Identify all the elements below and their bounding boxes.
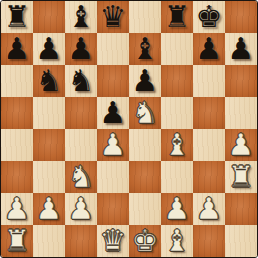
square-c1[interactable] [65,225,97,257]
white-bishop-f4[interactable]: ♝ [161,129,193,161]
square-a4[interactable] [1,129,33,161]
square-f8[interactable]: ♜ [161,1,193,33]
square-a8[interactable]: ♜ [1,1,33,33]
square-f5[interactable] [161,97,193,129]
square-a7[interactable]: ♟ [1,33,33,65]
square-h4[interactable]: ♟ [225,129,257,161]
square-e5[interactable]: ♞ [129,97,161,129]
square-g4[interactable] [193,129,225,161]
black-rook-f8[interactable]: ♜ [161,1,193,33]
black-pawn-h7[interactable]: ♟ [225,33,257,65]
square-d6[interactable] [97,65,129,97]
white-pawn-a2[interactable]: ♟ [1,193,33,225]
square-c7[interactable]: ♟ [65,33,97,65]
black-pawn-g7[interactable]: ♟ [193,33,225,65]
square-d5[interactable]: ♟ [97,97,129,129]
square-d4[interactable]: ♟ [97,129,129,161]
square-b3[interactable] [33,161,65,193]
square-f6[interactable] [161,65,193,97]
white-queen-d1[interactable]: ♛ [97,225,129,257]
black-pawn-a7[interactable]: ♟ [1,33,33,65]
square-a6[interactable] [1,65,33,97]
square-b6[interactable]: ♞ [33,65,65,97]
square-f2[interactable]: ♟ [161,193,193,225]
square-b7[interactable]: ♟ [33,33,65,65]
square-g8[interactable]: ♚ [193,1,225,33]
square-c6[interactable]: ♞ [65,65,97,97]
square-c3[interactable]: ♞ [65,161,97,193]
white-knight-c3[interactable]: ♞ [65,161,97,193]
square-g2[interactable]: ♟ [193,193,225,225]
square-c5[interactable] [65,97,97,129]
square-h6[interactable] [225,65,257,97]
square-c2[interactable]: ♟ [65,193,97,225]
chess-board-frame: ♜♝♛♜♚♟♟♟♝♟♟♞♞♟♟♞♟♝♟♞♜♟♟♟♟♟♜♛♚♝ [0,0,258,258]
square-a1[interactable]: ♜ [1,225,33,257]
black-king-g8[interactable]: ♚ [193,1,225,33]
square-f7[interactable] [161,33,193,65]
square-f3[interactable] [161,161,193,193]
square-d2[interactable] [97,193,129,225]
square-d8[interactable]: ♛ [97,1,129,33]
square-f4[interactable]: ♝ [161,129,193,161]
square-b1[interactable] [33,225,65,257]
square-a3[interactable] [1,161,33,193]
square-a2[interactable]: ♟ [1,193,33,225]
square-g7[interactable]: ♟ [193,33,225,65]
black-knight-c6[interactable]: ♞ [65,65,97,97]
square-a5[interactable] [1,97,33,129]
white-pawn-d4[interactable]: ♟ [97,129,129,161]
square-g1[interactable] [193,225,225,257]
white-pawn-h4[interactable]: ♟ [225,129,257,161]
square-b4[interactable] [33,129,65,161]
square-e3[interactable] [129,161,161,193]
white-pawn-b2[interactable]: ♟ [33,193,65,225]
square-b2[interactable]: ♟ [33,193,65,225]
white-pawn-f2[interactable]: ♟ [161,193,193,225]
white-pawn-g2[interactable]: ♟ [193,193,225,225]
white-king-e1[interactable]: ♚ [129,225,161,257]
square-h2[interactable] [225,193,257,225]
black-bishop-c8[interactable]: ♝ [65,1,97,33]
black-bishop-e7[interactable]: ♝ [129,33,161,65]
square-f1[interactable]: ♝ [161,225,193,257]
white-pawn-c2[interactable]: ♟ [65,193,97,225]
white-knight-e5[interactable]: ♞ [129,97,161,129]
square-e8[interactable] [129,1,161,33]
black-pawn-e6[interactable]: ♟ [129,65,161,97]
chess-board: ♜♝♛♜♚♟♟♟♝♟♟♞♞♟♟♞♟♝♟♞♜♟♟♟♟♟♜♛♚♝ [1,1,257,257]
square-d7[interactable] [97,33,129,65]
black-knight-b6[interactable]: ♞ [33,65,65,97]
black-pawn-d5[interactable]: ♟ [97,97,129,129]
square-h7[interactable]: ♟ [225,33,257,65]
square-e6[interactable]: ♟ [129,65,161,97]
square-e7[interactable]: ♝ [129,33,161,65]
black-rook-a8[interactable]: ♜ [1,1,33,33]
square-e2[interactable] [129,193,161,225]
black-pawn-c7[interactable]: ♟ [65,33,97,65]
square-h3[interactable]: ♜ [225,161,257,193]
square-b8[interactable] [33,1,65,33]
black-pawn-b7[interactable]: ♟ [33,33,65,65]
square-h5[interactable] [225,97,257,129]
square-d3[interactable] [97,161,129,193]
square-h1[interactable] [225,225,257,257]
square-c4[interactable] [65,129,97,161]
square-g6[interactable] [193,65,225,97]
square-b5[interactable] [33,97,65,129]
white-bishop-f1[interactable]: ♝ [161,225,193,257]
square-g5[interactable] [193,97,225,129]
black-queen-d8[interactable]: ♛ [97,1,129,33]
white-rook-h3[interactable]: ♜ [225,161,257,193]
square-c8[interactable]: ♝ [65,1,97,33]
square-d1[interactable]: ♛ [97,225,129,257]
square-h8[interactable] [225,1,257,33]
white-rook-a1[interactable]: ♜ [1,225,33,257]
square-e1[interactable]: ♚ [129,225,161,257]
square-e4[interactable] [129,129,161,161]
square-g3[interactable] [193,161,225,193]
